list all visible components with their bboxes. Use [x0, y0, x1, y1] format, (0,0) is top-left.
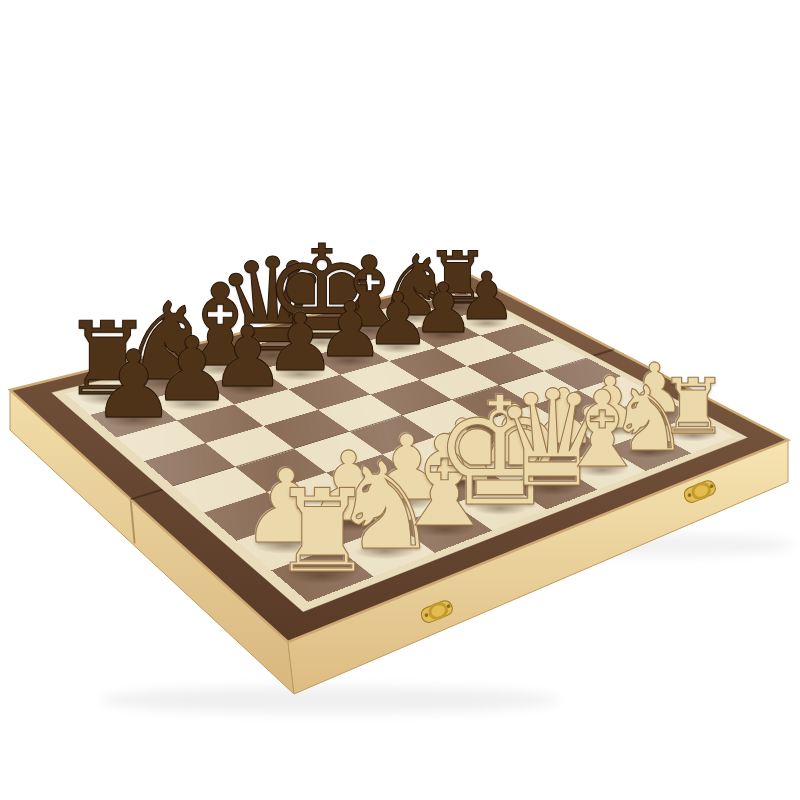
piece-black-pawn-h7[interactable]: ♟ — [457, 265, 516, 331]
pieces-layer: ♜♞♝♛♚♝♞♜♟♟♟♟♟♟♟♟♟♟♟♟♟♟♟♟♜♞♝♚♛♝♞♜ — [0, 0, 800, 800]
piece-glyph: ♜ — [659, 368, 727, 444]
piece-white-rook-h1[interactable]: ♜ — [659, 368, 727, 444]
folding-wooden-chess-set-photo: ♜♞♝♛♚♝♞♜♟♟♟♟♟♟♟♟♟♟♟♟♟♟♟♟♜♞♝♚♛♝♞♜ — [0, 0, 800, 800]
piece-glyph: ♟ — [457, 265, 516, 331]
